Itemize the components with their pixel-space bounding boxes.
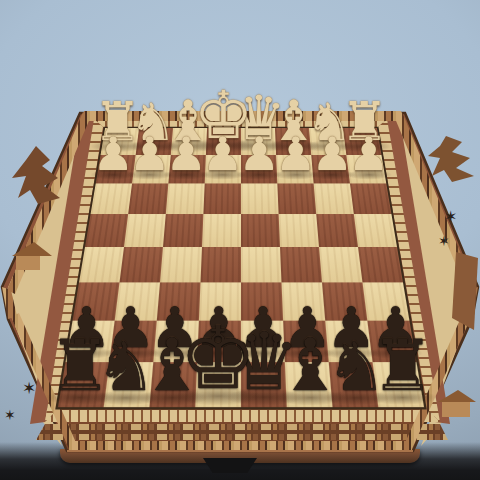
piece-white-pawn-f2[interactable]: ♟ (165, 131, 206, 177)
piece-white-pawn-d2[interactable]: ♟ (239, 131, 280, 177)
photo-scene: ✶ ✶ ✶ ✶ ♜♞♝♛♚♝♞♜♟♟♟♟♟♟♟♟♟♟♟♟♟♟♟♟♜♞♝♛♚♝♞♜ (0, 0, 480, 480)
piece-white-pawn-b2[interactable]: ♟ (312, 131, 353, 177)
pieces-layer: ♜♞♝♛♚♝♞♜♟♟♟♟♟♟♟♟♟♟♟♟♟♟♟♟♜♞♝♛♚♝♞♜ (0, 0, 480, 480)
piece-white-pawn-a2[interactable]: ♟ (348, 131, 389, 177)
piece-black-rook-h8[interactable]: ♜ (48, 331, 111, 401)
piece-white-pawn-c2[interactable]: ♟ (275, 131, 316, 177)
piece-white-pawn-g2[interactable]: ♟ (129, 131, 170, 177)
piece-white-pawn-e2[interactable]: ♟ (202, 131, 243, 177)
piece-white-pawn-h2[interactable]: ♟ (92, 131, 133, 177)
